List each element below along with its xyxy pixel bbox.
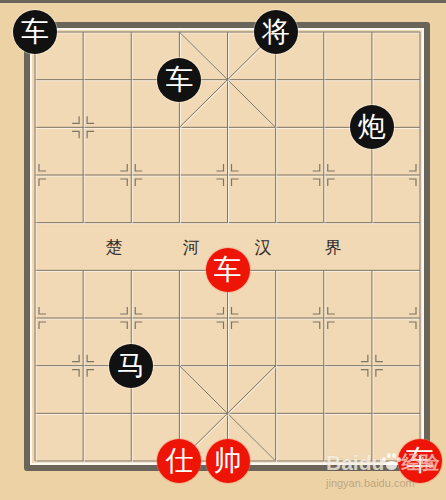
top-edge-strip bbox=[0, 0, 446, 3]
piece-glyph: 车 bbox=[21, 10, 49, 54]
piece-glyph: 车 bbox=[165, 58, 193, 102]
piece-glyph: 车 bbox=[406, 439, 434, 483]
piece-red-chariot-b[interactable]: 车 bbox=[398, 439, 442, 483]
xiangqi-diagram: 楚河汉界 车将车炮车马仕帅车 Baidu 经验 jingyan.baidu.co… bbox=[0, 0, 446, 500]
piece-glyph: 将 bbox=[262, 10, 290, 54]
piece-red-chariot-a[interactable]: 车 bbox=[206, 248, 250, 292]
piece-red-advisor[interactable]: 仕 bbox=[157, 439, 201, 483]
piece-black-chariot-b[interactable]: 车 bbox=[157, 58, 201, 102]
piece-glyph: 仕 bbox=[165, 439, 193, 483]
piece-black-cannon[interactable]: 炮 bbox=[350, 105, 394, 149]
river-label-3: 汉 bbox=[255, 235, 272, 258]
river-label-1: 楚 bbox=[106, 235, 123, 258]
xiangqi-board-frame bbox=[24, 22, 430, 471]
piece-glyph: 帅 bbox=[214, 439, 242, 483]
piece-glyph: 车 bbox=[214, 248, 242, 292]
piece-black-general[interactable]: 将 bbox=[254, 10, 298, 54]
piece-red-general[interactable]: 帅 bbox=[206, 439, 250, 483]
piece-glyph: 炮 bbox=[358, 105, 386, 149]
piece-black-horse[interactable]: 马 bbox=[109, 344, 153, 388]
river-label-4: 界 bbox=[325, 235, 342, 258]
piece-black-chariot-a[interactable]: 车 bbox=[13, 10, 57, 54]
river-label-2: 河 bbox=[183, 235, 200, 258]
piece-glyph: 马 bbox=[117, 344, 145, 388]
